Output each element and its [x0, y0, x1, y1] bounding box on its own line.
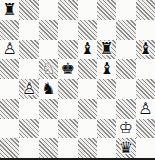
square-e6[interactable]: ♝ [78, 40, 97, 60]
square-a6[interactable]: ♙ [0, 40, 19, 60]
square-a4[interactable] [0, 79, 19, 99]
square-g5[interactable] [116, 59, 135, 79]
square-b3[interactable] [19, 99, 38, 119]
square-g7[interactable] [116, 20, 135, 40]
white-knight: ♘ [41, 61, 55, 77]
square-d6[interactable] [58, 40, 77, 60]
black-rook: ♜ [99, 41, 113, 57]
square-d2[interactable] [58, 119, 77, 139]
square-f6[interactable]: ♜ [97, 40, 116, 60]
square-g6[interactable] [116, 40, 135, 60]
square-c1[interactable] [39, 138, 58, 158]
square-f8[interactable] [97, 0, 116, 20]
black-bishop: ♝ [80, 41, 94, 57]
square-d7[interactable] [58, 20, 77, 40]
black-knight: ♞ [41, 81, 55, 97]
white-pawn: ♙ [138, 101, 152, 117]
square-c8[interactable] [39, 0, 58, 20]
white-pawn: ♙ [3, 41, 17, 57]
square-h6[interactable]: ♝ [136, 40, 155, 60]
white-king: ♔ [119, 120, 133, 136]
square-e1[interactable] [78, 138, 97, 158]
square-b2[interactable] [19, 119, 38, 139]
square-a3[interactable] [0, 99, 19, 119]
square-b6[interactable] [19, 40, 38, 60]
square-f5[interactable]: ♝ [97, 59, 116, 79]
square-h3[interactable]: ♙ [136, 99, 155, 119]
square-d8[interactable] [58, 0, 77, 20]
square-b4[interactable]: ♙ [19, 79, 38, 99]
square-h5[interactable] [136, 59, 155, 79]
square-h4[interactable] [136, 79, 155, 99]
square-e7[interactable] [78, 20, 97, 40]
square-c5[interactable]: ♘ [39, 59, 58, 79]
black-bishop: ♝ [99, 61, 113, 77]
square-e8[interactable] [78, 0, 97, 20]
square-h8[interactable] [136, 0, 155, 20]
chess-board: ♜♙♝♜♝♘♚♝♙♞♙♔♛ [0, 0, 155, 160]
square-d4[interactable] [58, 79, 77, 99]
square-d5[interactable]: ♚ [58, 59, 77, 79]
black-bishop: ♝ [138, 41, 152, 57]
square-c6[interactable] [39, 40, 58, 60]
square-c4[interactable]: ♞ [39, 79, 58, 99]
square-a1[interactable] [0, 138, 19, 158]
square-b1[interactable] [19, 138, 38, 158]
square-b8[interactable] [19, 0, 38, 20]
square-g2[interactable]: ♔ [116, 119, 135, 139]
square-e5[interactable] [78, 59, 97, 79]
square-d3[interactable] [58, 99, 77, 119]
square-b7[interactable] [19, 20, 38, 40]
square-f7[interactable] [97, 20, 116, 40]
square-f1[interactable] [97, 138, 116, 158]
square-a2[interactable] [0, 119, 19, 139]
square-e3[interactable] [78, 99, 97, 119]
square-g4[interactable] [116, 79, 135, 99]
square-a8[interactable]: ♜ [0, 0, 19, 20]
square-d1[interactable] [58, 138, 77, 158]
square-a5[interactable] [0, 59, 19, 79]
square-h7[interactable] [136, 20, 155, 40]
square-f2[interactable] [97, 119, 116, 139]
square-h2[interactable] [136, 119, 155, 139]
white-pawn: ♙ [22, 81, 36, 97]
square-b5[interactable] [19, 59, 38, 79]
square-c3[interactable] [39, 99, 58, 119]
square-e4[interactable] [78, 79, 97, 99]
square-e2[interactable] [78, 119, 97, 139]
square-g8[interactable] [116, 0, 135, 20]
square-a7[interactable] [0, 20, 19, 40]
black-king: ♚ [61, 61, 75, 77]
square-h1[interactable] [136, 138, 155, 158]
square-g3[interactable] [116, 99, 135, 119]
black-queen: ♛ [119, 140, 133, 156]
square-f3[interactable] [97, 99, 116, 119]
square-c7[interactable] [39, 20, 58, 40]
square-g1[interactable]: ♛ [116, 138, 135, 158]
black-rook: ♜ [3, 2, 17, 18]
square-c2[interactable] [39, 119, 58, 139]
square-f4[interactable] [97, 79, 116, 99]
